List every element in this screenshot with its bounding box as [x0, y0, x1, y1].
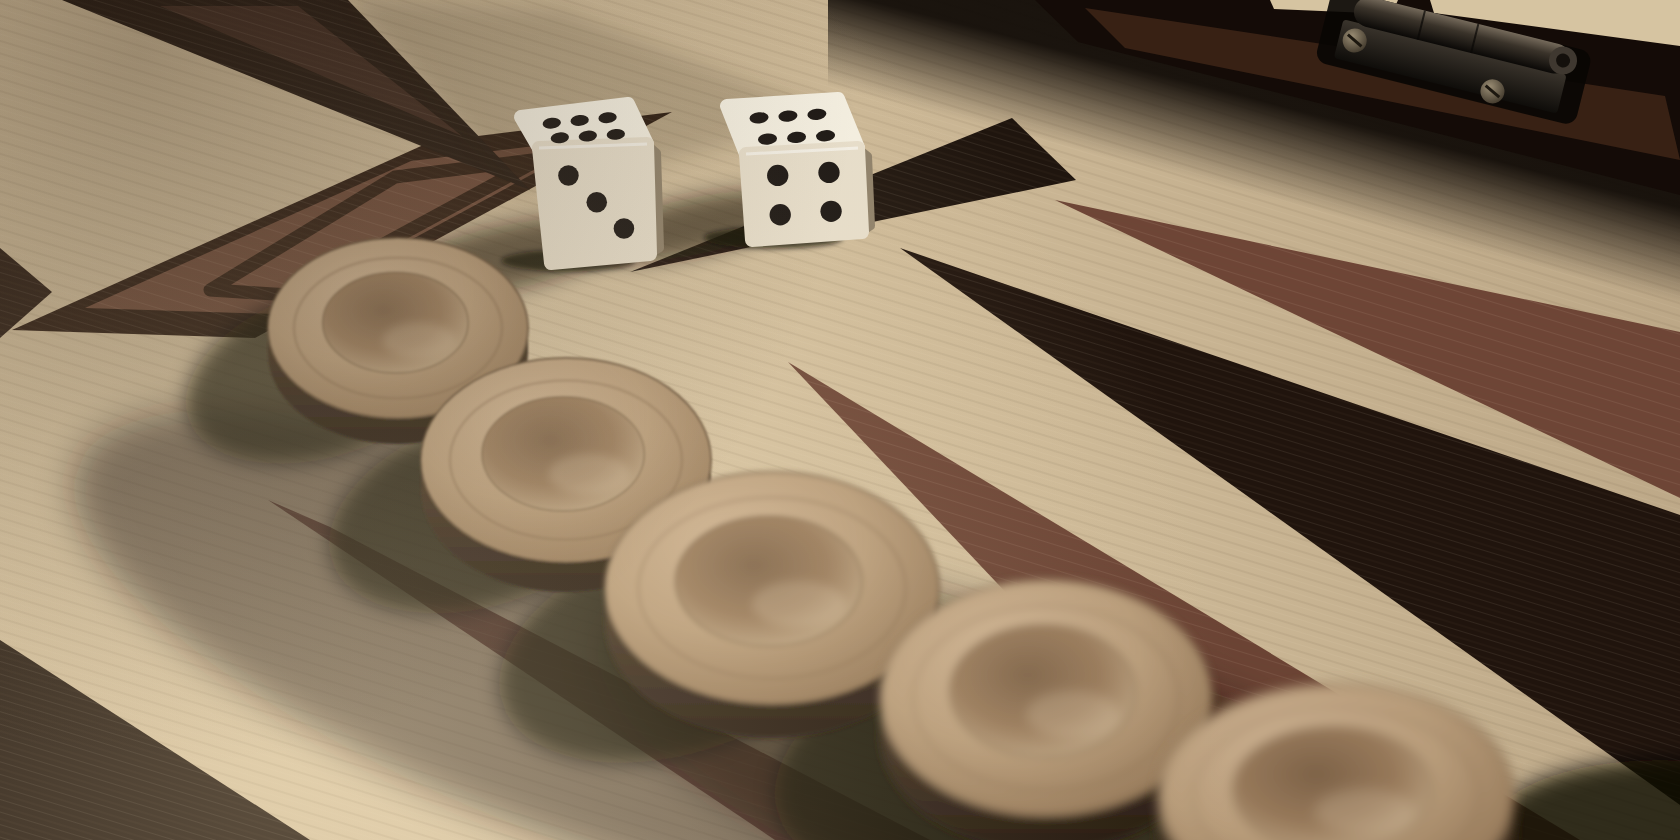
backgammon-board-photo	[0, 0, 1680, 840]
backgammon-scene	[0, 0, 1680, 840]
top-left-dim-overlay	[0, 0, 1680, 840]
